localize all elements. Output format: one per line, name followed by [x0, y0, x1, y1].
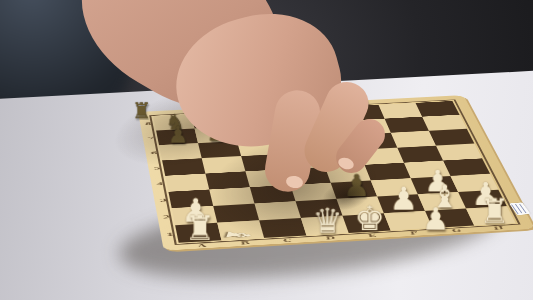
square-a1[interactable]: ♜	[175, 223, 221, 243]
file-label-a: A	[197, 243, 206, 248]
rank-label-1: 1	[166, 232, 174, 237]
square-h1[interactable]: ♜	[466, 206, 516, 225]
captured-white-pawn[interactable]: ♟	[422, 204, 450, 235]
rank-label-2: 2	[162, 214, 170, 219]
file-label-e: E	[367, 233, 377, 238]
piece-white-rook[interactable]: ♜	[479, 194, 509, 228]
rank-label-3: 3	[159, 198, 167, 203]
file-label-f: F	[409, 230, 418, 235]
file-label-h: H	[492, 225, 504, 230]
rank-label-4: 4	[156, 181, 164, 186]
file-label-g: G	[451, 228, 462, 233]
file-label-d: D	[325, 235, 336, 240]
rank-label-5: 5	[153, 166, 161, 171]
piece-white-rook[interactable]: ♜	[184, 211, 215, 245]
